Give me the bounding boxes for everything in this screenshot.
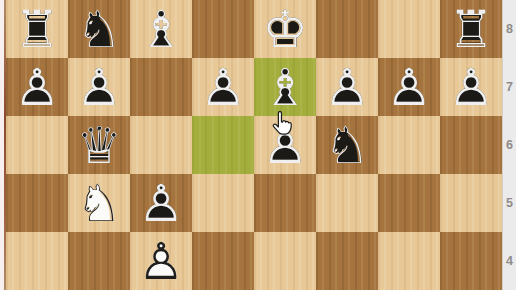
chess-board: ♜♖♞♘♝♗♚♔♜♖♟♙♟♙♟♙♝♗♟♙♟♙♟♙♛♕♟♙♞♘♞♘♟♙♟♙ [6,0,503,290]
square-f7[interactable]: ♟♙ [316,58,378,116]
black-rook-a8[interactable]: ♜♖ [6,0,68,58]
black-pawn-b7[interactable]: ♟♙ [68,58,130,116]
square-g6[interactable] [378,116,440,174]
square-c4[interactable]: ♟♙ [130,232,192,290]
rank-label-4: 4 [503,253,516,269]
square-f6[interactable]: ♞♘ [316,116,378,174]
piece-glyph-detail: ♙ [316,58,378,116]
square-f5[interactable] [316,174,378,232]
black-king-e8[interactable]: ♚♔ [254,0,316,58]
square-h7[interactable]: ♟♙ [440,58,502,116]
black-pawn-h7[interactable]: ♟♙ [440,58,502,116]
piece-glyph-detail: ♔ [254,0,316,58]
piece-glyph-detail: ♘ [68,174,130,232]
black-bishop-e7[interactable]: ♝♗ [254,58,316,116]
chess-app-screenshot: ♜♖♞♘♝♗♚♔♜♖♟♙♟♙♟♙♝♗♟♙♟♙♟♙♛♕♟♙♞♘♞♘♟♙♟♙ 876… [0,0,516,290]
black-pawn-f7[interactable]: ♟♙ [316,58,378,116]
square-b7[interactable]: ♟♙ [68,58,130,116]
square-d4[interactable] [192,232,254,290]
square-d6[interactable] [192,116,254,174]
piece-glyph-detail: ♙ [192,58,254,116]
piece-glyph-detail: ♙ [378,58,440,116]
black-pawn-d7[interactable]: ♟♙ [192,58,254,116]
black-pawn-a7[interactable]: ♟♙ [6,58,68,116]
piece-glyph-detail: ♗ [130,0,192,58]
piece-glyph-detail: ♘ [68,0,130,58]
rank-label-7: 7 [503,79,516,95]
square-e8[interactable]: ♚♔ [254,0,316,58]
black-pawn-g7[interactable]: ♟♙ [378,58,440,116]
piece-glyph-detail: ♕ [68,116,130,174]
black-pawn-c5[interactable]: ♟♙ [130,174,192,232]
square-g4[interactable] [378,232,440,290]
rank-label-6: 6 [503,137,516,153]
square-f8[interactable] [316,0,378,58]
black-knight-f6[interactable]: ♞♘ [316,116,378,174]
square-e4[interactable] [254,232,316,290]
square-b6[interactable]: ♛♕ [68,116,130,174]
white-pawn-c4[interactable]: ♟♙ [130,232,192,290]
square-b8[interactable]: ♞♘ [68,0,130,58]
square-e5[interactable] [254,174,316,232]
square-a8[interactable]: ♜♖ [6,0,68,58]
square-c6[interactable] [130,116,192,174]
square-a6[interactable] [6,116,68,174]
rank-label-5: 5 [503,195,516,211]
square-c7[interactable] [130,58,192,116]
piece-glyph-detail: ♖ [440,0,502,58]
square-c5[interactable]: ♟♙ [130,174,192,232]
square-h6[interactable] [440,116,502,174]
piece-glyph-detail: ♙ [440,58,502,116]
square-e7[interactable]: ♝♗ [254,58,316,116]
piece-glyph-detail: ♙ [130,232,192,290]
piece-glyph-detail: ♙ [68,58,130,116]
square-a5[interactable] [6,174,68,232]
piece-glyph-detail: ♙ [130,174,192,232]
white-knight-b5[interactable]: ♞♘ [68,174,130,232]
square-b5[interactable]: ♞♘ [68,174,130,232]
black-queen-b6[interactable]: ♛♕ [68,116,130,174]
square-d7[interactable]: ♟♙ [192,58,254,116]
square-b4[interactable] [68,232,130,290]
square-a7[interactable]: ♟♙ [6,58,68,116]
square-g5[interactable] [378,174,440,232]
black-rook-h8[interactable]: ♜♖ [440,0,502,58]
piece-glyph-detail: ♘ [316,116,378,174]
black-bishop-c8[interactable]: ♝♗ [130,0,192,58]
piece-glyph-detail: ♗ [254,58,316,116]
square-d5[interactable] [192,174,254,232]
square-h5[interactable] [440,174,502,232]
hand-cursor-icon [269,111,292,136]
square-d8[interactable] [192,0,254,58]
square-g7[interactable]: ♟♙ [378,58,440,116]
piece-glyph-detail: ♙ [6,58,68,116]
square-h8[interactable]: ♜♖ [440,0,502,58]
rank-coordinate-margin: 87654 [503,0,516,290]
square-c8[interactable]: ♝♗ [130,0,192,58]
square-f4[interactable] [316,232,378,290]
square-g8[interactable] [378,0,440,58]
square-a4[interactable] [6,232,68,290]
piece-glyph-detail: ♖ [6,0,68,58]
square-h4[interactable] [440,232,502,290]
black-knight-b8[interactable]: ♞♘ [68,0,130,58]
rank-label-8: 8 [503,21,516,37]
